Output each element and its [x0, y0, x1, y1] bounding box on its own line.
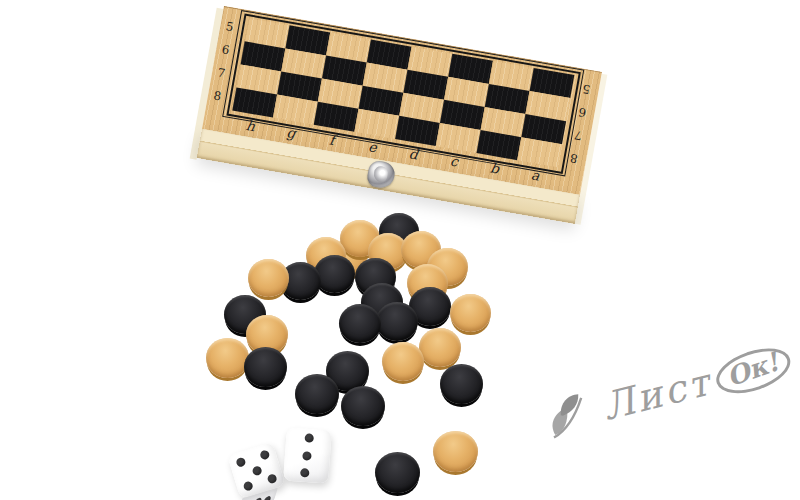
watermark-suffix: опт: [793, 329, 800, 376]
checker-piece-dark: [440, 364, 483, 404]
checker-piece-light: [382, 342, 424, 381]
die-1: [227, 442, 285, 499]
checker-piece-dark: [244, 347, 287, 387]
rank-label-right-6: 6: [572, 99, 593, 125]
rank-label-right-8: 8: [564, 145, 585, 171]
rank-label-right-5: 5: [576, 76, 597, 102]
watermark-oval: Ок!: [711, 340, 796, 402]
rank-label-right-7: 7: [568, 122, 589, 148]
watermark-script: Лист: [599, 362, 716, 426]
checker-piece-light: [248, 259, 289, 297]
checker-piece-dark: [376, 302, 418, 341]
checker-piece-dark: [339, 304, 381, 343]
leaf-icon: [540, 387, 604, 445]
die-side-face: [237, 487, 278, 500]
checker-piece-dark: [341, 386, 385, 426]
watermark: Лист Ок! опт: [540, 323, 800, 445]
product-photo-canvas: 5678 5678 hgfedcba Лист Ок! опт: [0, 0, 800, 500]
pip: [242, 480, 253, 491]
checker-piece-dark: [295, 374, 339, 414]
pip: [304, 433, 314, 443]
pip: [302, 450, 312, 460]
checker-piece-light: [450, 294, 491, 332]
pip: [252, 496, 261, 500]
die-2: [283, 427, 332, 483]
checker-piece-light: [419, 328, 461, 367]
checker-piece-dark: [375, 452, 420, 493]
pip: [259, 449, 270, 460]
pip: [250, 464, 261, 475]
metal-clasp-icon: [366, 159, 397, 190]
pip: [299, 468, 309, 478]
checker-piece-light: [206, 338, 249, 378]
checker-piece-light: [433, 431, 478, 472]
pip: [235, 456, 246, 467]
pip: [262, 495, 271, 500]
chess-box: 5678 5678 hgfedcba: [197, 6, 602, 224]
pip: [266, 473, 277, 484]
